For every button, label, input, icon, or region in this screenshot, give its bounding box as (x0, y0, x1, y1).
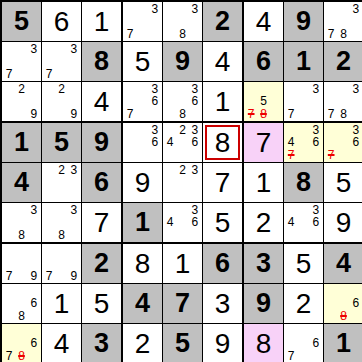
solved-digit: 1 (94, 8, 110, 36)
cell-r3c6[interactable]: 1 (203, 82, 244, 123)
empty-candidate-slot (350, 28, 362, 40)
cell-r6c7[interactable]: 2 (244, 203, 284, 244)
empty-candidate-slot (43, 43, 55, 55)
cell-r5c9[interactable]: 5 (324, 163, 362, 203)
cell-r6c4[interactable]: 1 (123, 203, 163, 244)
cell-r5c8[interactable]: 8 (284, 163, 324, 203)
empty-candidate-slot (136, 95, 148, 107)
given-digit: 8 (296, 169, 311, 196)
empty-candidate-slot (124, 136, 136, 148)
empty-candidate-slot (325, 124, 337, 136)
cell-r3c4[interactable]: 367 (123, 82, 163, 123)
empty-candidate-slot (68, 257, 80, 269)
empty-candidate-slot (297, 337, 309, 349)
cell-r7c7[interactable]: 3 (244, 244, 284, 284)
empty-candidate-slot (270, 95, 282, 107)
eliminated-candidate-digit: 7 (325, 149, 337, 161)
empty-candidate-slot (3, 325, 15, 337)
candidate-digit: 8 (337, 108, 349, 120)
empty-candidate-slot (164, 229, 176, 241)
empty-candidate-slot (189, 149, 201, 161)
empty-candidate-slot (164, 28, 176, 40)
eliminated-candidate-digit: 8 (15, 350, 27, 362)
cell-r5c6[interactable]: 7 (203, 163, 244, 203)
empty-candidate-slot (28, 245, 40, 257)
empty-candidate-slot (55, 245, 67, 257)
empty-candidate-slot (149, 149, 161, 161)
cell-r6c9[interactable]: 9 (324, 203, 362, 244)
empty-candidate-slot (176, 229, 188, 241)
cell-r1c5[interactable]: 38 (163, 2, 203, 42)
cell-r2c9[interactable]: 2 (324, 42, 362, 82)
empty-candidate-slot (164, 164, 176, 176)
empty-candidate-slot (337, 136, 349, 148)
empty-candidate-slot (164, 149, 176, 161)
given-digit: 6 (94, 169, 109, 196)
cell-r1c9[interactable]: 378 (324, 2, 362, 42)
cell-r5c1[interactable]: 4 (2, 163, 42, 203)
candidate-grid: 378 (325, 3, 362, 40)
candidate-digit: 9 (28, 270, 40, 282)
cell-r5c5[interactable]: 23 (163, 163, 203, 203)
candidate-digit: 3 (310, 124, 322, 136)
candidate-digit: 3 (28, 204, 40, 216)
cell-r1c7[interactable]: 4 (244, 2, 284, 42)
cell-r5c2[interactable]: 23 (42, 163, 82, 203)
candidate-digit: 3 (149, 83, 161, 95)
given-digit: 8 (94, 48, 109, 75)
cell-r2c7[interactable]: 6 (244, 42, 284, 82)
cell-r2c1[interactable]: 37 (2, 42, 42, 82)
cell-r1c8[interactable]: 9 (284, 2, 324, 42)
solved-digit: 8 (215, 129, 231, 157)
empty-candidate-slot (43, 95, 55, 107)
solved-digit: 2 (256, 209, 272, 237)
empty-candidate-slot (15, 257, 27, 269)
cell-r2c5[interactable]: 9 (163, 42, 203, 82)
cell-r7c6[interactable]: 6 (203, 244, 244, 284)
cell-r4c2[interactable]: 5 (42, 123, 82, 163)
cell-r2c2[interactable]: 37 (42, 42, 82, 82)
given-digit: 2 (336, 48, 351, 75)
cell-r4c6[interactable]: 8 (203, 123, 244, 163)
candidate-digit: 4 (164, 216, 176, 228)
candidate-digit: 7 (3, 68, 15, 80)
empty-candidate-slot (189, 15, 201, 27)
empty-candidate-slot (337, 297, 349, 309)
empty-candidate-slot (176, 189, 188, 201)
empty-candidate-slot (164, 95, 176, 107)
given-digit: 5 (54, 129, 69, 156)
cell-r1c1[interactable]: 5 (2, 2, 42, 42)
cell-r8c5[interactable]: 7 (163, 284, 203, 324)
empty-candidate-slot (189, 176, 201, 188)
empty-candidate-slot (15, 245, 27, 257)
candidate-grid: 37 (3, 43, 40, 80)
empty-candidate-slot (55, 95, 67, 107)
empty-candidate-slot (43, 189, 55, 201)
empty-candidate-slot (136, 124, 148, 136)
cell-r1c4[interactable]: 37 (123, 2, 163, 42)
candidate-grid: 36 (124, 124, 161, 161)
candidate-digit: 6 (350, 136, 362, 148)
cell-r2c4[interactable]: 5 (123, 42, 163, 82)
empty-candidate-slot (297, 325, 309, 337)
candidate-digit: 6 (149, 95, 161, 107)
empty-candidate-slot (310, 350, 322, 362)
empty-candidate-slot (270, 83, 282, 95)
cell-r8c2[interactable]: 1 (42, 284, 82, 324)
candidate-digit: 7 (285, 108, 297, 120)
empty-candidate-slot (3, 43, 15, 55)
empty-candidate-slot (337, 124, 349, 136)
solved-digit: 8 (135, 250, 151, 278)
empty-candidate-slot (136, 136, 148, 148)
cell-r7c8[interactable]: 5 (284, 244, 324, 284)
cell-r9c7[interactable]: 8 (244, 324, 284, 362)
candidate-grid: 38 (43, 204, 80, 241)
empty-candidate-slot (337, 285, 349, 297)
cell-r8c6[interactable]: 3 (203, 284, 244, 324)
cell-r6c8[interactable]: 346 (284, 203, 324, 244)
empty-candidate-slot (68, 189, 80, 201)
empty-candidate-slot (15, 55, 27, 67)
solved-digit: 7 (94, 209, 110, 237)
empty-candidate-slot (28, 55, 40, 67)
cell-r2c8[interactable]: 1 (284, 42, 324, 82)
empty-candidate-slot (28, 350, 40, 362)
empty-candidate-slot (43, 83, 55, 95)
empty-candidate-slot (28, 95, 40, 107)
cell-r7c4[interactable]: 8 (123, 244, 163, 284)
cell-r8c8[interactable]: 2 (284, 284, 324, 324)
cell-r8c9[interactable]: 68 (324, 284, 362, 324)
empty-candidate-slot (337, 3, 349, 15)
candidate-digit: 3 (149, 3, 161, 15)
empty-candidate-slot (285, 325, 297, 337)
cell-r4c5[interactable]: 2346 (163, 123, 203, 163)
candidate-digit: 6 (28, 337, 40, 349)
empty-candidate-slot (15, 216, 27, 228)
empty-candidate-slot (310, 325, 322, 337)
empty-candidate-slot (310, 95, 322, 107)
empty-candidate-slot (55, 216, 67, 228)
given-digit: 5 (175, 330, 190, 357)
candidate-grid: 368 (164, 83, 201, 120)
cell-r9c2[interactable]: 4 (42, 324, 82, 362)
solved-digit: 6 (54, 8, 70, 36)
empty-candidate-slot (15, 43, 27, 55)
candidate-digit: 8 (337, 28, 349, 40)
empty-candidate-slot (28, 285, 40, 297)
solved-digit: 5 (296, 250, 312, 278)
cell-r3c9[interactable]: 378 (324, 82, 362, 123)
cell-r1c6[interactable]: 2 (203, 2, 244, 42)
empty-candidate-slot (350, 149, 362, 161)
cell-r3c8[interactable]: 37 (284, 82, 324, 123)
empty-candidate-slot (55, 43, 67, 55)
empty-candidate-slot (176, 3, 188, 15)
candidate-digit: 6 (310, 216, 322, 228)
empty-candidate-slot (285, 95, 297, 107)
empty-candidate-slot (15, 337, 27, 349)
candidate-grid: 38 (164, 3, 201, 40)
candidate-digit: 7 (3, 350, 15, 362)
candidate-grid: 346 (164, 204, 201, 241)
candidate-grid: 367 (325, 124, 362, 161)
empty-candidate-slot (297, 229, 309, 241)
candidate-digit: 3 (68, 204, 80, 216)
candidate-digit: 6 (350, 297, 362, 309)
cell-r5c3[interactable]: 6 (82, 163, 123, 203)
cell-r7c5[interactable]: 1 (163, 244, 203, 284)
candidate-digit: 7 (3, 270, 15, 282)
empty-candidate-slot (68, 83, 80, 95)
solved-digit: 9 (215, 330, 231, 358)
empty-candidate-slot (176, 83, 188, 95)
empty-candidate-slot (189, 28, 201, 40)
cell-r6c5[interactable]: 346 (163, 203, 203, 244)
empty-candidate-slot (43, 229, 55, 241)
candidate-grid: 367 (124, 83, 161, 120)
empty-candidate-slot (136, 149, 148, 161)
empty-candidate-slot (257, 83, 269, 95)
candidate-digit: 7 (43, 270, 55, 282)
empty-candidate-slot (68, 245, 80, 257)
cell-r4c3[interactable]: 9 (82, 123, 123, 163)
empty-candidate-slot (3, 285, 15, 297)
candidate-digit: 6 (310, 337, 322, 349)
cell-r4c4[interactable]: 36 (123, 123, 163, 163)
candidate-digit: 3 (350, 83, 362, 95)
candidate-digit: 2 (15, 83, 27, 95)
cell-r6c2[interactable]: 38 (42, 203, 82, 244)
candidate-grid: 346 (285, 204, 322, 241)
empty-candidate-slot (55, 257, 67, 269)
empty-candidate-slot (43, 257, 55, 269)
candidate-digit: 5 (257, 95, 269, 107)
empty-candidate-slot (124, 15, 136, 27)
given-digit: 4 (14, 169, 29, 196)
candidate-digit: 7 (124, 108, 136, 120)
empty-candidate-slot (297, 136, 309, 148)
empty-candidate-slot (285, 204, 297, 216)
empty-candidate-slot (3, 83, 15, 95)
cell-r6c6[interactable]: 5 (203, 203, 244, 244)
empty-candidate-slot (15, 95, 27, 107)
empty-candidate-slot (3, 257, 15, 269)
cell-r5c7[interactable]: 1 (244, 163, 284, 203)
empty-candidate-slot (325, 136, 337, 148)
solved-digit: 4 (256, 8, 272, 36)
empty-candidate-slot (189, 108, 201, 120)
given-digit: 9 (296, 8, 311, 35)
empty-candidate-slot (55, 189, 67, 201)
cell-r9c4[interactable]: 2 (123, 324, 163, 362)
empty-candidate-slot (136, 3, 148, 15)
empty-candidate-slot (68, 55, 80, 67)
candidate-digit: 3 (189, 124, 201, 136)
cell-r8c4[interactable]: 4 (123, 284, 163, 324)
cell-r1c2[interactable]: 6 (42, 2, 82, 42)
candidate-digit: 7 (124, 28, 136, 40)
cell-r2c3[interactable]: 8 (82, 42, 123, 82)
cell-r9c3[interactable]: 3 (82, 324, 123, 362)
empty-candidate-slot (43, 164, 55, 176)
candidate-grid: 37 (43, 43, 80, 80)
solved-digit: 1 (256, 169, 272, 197)
empty-candidate-slot (310, 149, 322, 161)
cell-r9c8[interactable]: 67 (284, 324, 324, 362)
empty-candidate-slot (68, 95, 80, 107)
candidate-digit: 9 (68, 270, 80, 282)
solved-digit: 1 (175, 250, 191, 278)
empty-candidate-slot (176, 149, 188, 161)
eliminated-candidate-digit: 7 (245, 108, 257, 120)
cell-r6c3[interactable]: 7 (82, 203, 123, 244)
empty-candidate-slot (325, 285, 337, 297)
empty-candidate-slot (43, 204, 55, 216)
cell-r9c1[interactable]: 678 (2, 324, 42, 362)
candidate-digit: 3 (189, 164, 201, 176)
empty-candidate-slot (124, 95, 136, 107)
cell-r9c5[interactable]: 5 (163, 324, 203, 362)
empty-candidate-slot (285, 337, 297, 349)
empty-candidate-slot (325, 95, 337, 107)
solved-digit: 9 (135, 169, 151, 197)
cell-r3c5[interactable]: 368 (163, 82, 203, 123)
given-digit: 9 (94, 129, 109, 156)
empty-candidate-slot (176, 15, 188, 27)
candidate-grid: 2346 (164, 124, 201, 161)
cell-r4c1[interactable]: 1 (2, 123, 42, 163)
empty-candidate-slot (350, 108, 362, 120)
cell-r3c3[interactable]: 4 (82, 82, 123, 123)
candidate-digit: 2 (176, 164, 188, 176)
given-digit: 3 (94, 330, 109, 357)
cell-r7c9[interactable]: 4 (324, 244, 362, 284)
empty-candidate-slot (55, 204, 67, 216)
cell-r3c2[interactable]: 29 (42, 82, 82, 123)
given-digit: 1 (14, 129, 29, 156)
candidate-grid: 79 (3, 245, 40, 282)
candidate-digit: 6 (28, 297, 40, 309)
empty-candidate-slot (297, 204, 309, 216)
cell-r3c1[interactable]: 29 (2, 82, 42, 123)
cell-r9c9[interactable]: 1 (324, 324, 362, 362)
candidate-grid: 23 (43, 164, 80, 201)
empty-candidate-slot (43, 176, 55, 188)
cell-r5c4[interactable]: 9 (123, 163, 163, 203)
given-digit: 5 (14, 8, 29, 35)
empty-candidate-slot (245, 83, 257, 95)
given-digit: 1 (135, 209, 150, 236)
empty-candidate-slot (176, 136, 188, 148)
candidate-digit: 8 (15, 229, 27, 241)
cell-r8c7[interactable]: 9 (244, 284, 284, 324)
cell-r1c3[interactable]: 1 (82, 2, 123, 42)
solved-digit: 7 (256, 129, 272, 157)
candidate-digit: 2 (176, 124, 188, 136)
empty-candidate-slot (176, 204, 188, 216)
candidate-digit: 6 (189, 95, 201, 107)
empty-candidate-slot (15, 297, 27, 309)
empty-candidate-slot (68, 229, 80, 241)
candidate-digit: 6 (189, 136, 201, 148)
candidate-digit: 7 (325, 108, 337, 120)
empty-candidate-slot (68, 68, 80, 80)
solved-digit: 9 (336, 209, 352, 237)
cell-r7c2[interactable]: 79 (42, 244, 82, 284)
empty-candidate-slot (15, 325, 27, 337)
empty-candidate-slot (43, 216, 55, 228)
cell-r9c6[interactable]: 9 (203, 324, 244, 362)
empty-candidate-slot (136, 108, 148, 120)
cell-r7c3[interactable]: 2 (82, 244, 123, 284)
candidate-grid: 68 (3, 285, 40, 322)
empty-candidate-slot (285, 229, 297, 241)
candidate-digit: 6 (149, 136, 161, 148)
candidate-digit: 3 (28, 43, 40, 55)
empty-candidate-slot (297, 108, 309, 120)
cell-r8c3[interactable]: 5 (82, 284, 123, 324)
solved-digit: 5 (336, 169, 352, 197)
candidate-digit: 7 (43, 68, 55, 80)
empty-candidate-slot (164, 3, 176, 15)
empty-candidate-slot (136, 83, 148, 95)
candidate-digit: 3 (350, 124, 362, 136)
candidate-grid: 678 (3, 325, 40, 362)
empty-candidate-slot (176, 176, 188, 188)
empty-candidate-slot (176, 216, 188, 228)
cell-r4c9[interactable]: 367 (324, 123, 362, 163)
cell-r8c1[interactable]: 68 (2, 284, 42, 324)
empty-candidate-slot (3, 310, 15, 322)
empty-candidate-slot (3, 229, 15, 241)
cell-r4c8[interactable]: 3467 (284, 123, 324, 163)
empty-candidate-slot (350, 95, 362, 107)
empty-candidate-slot (297, 350, 309, 362)
empty-candidate-slot (350, 310, 362, 322)
given-digit: 1 (296, 48, 311, 75)
solved-digit: 2 (296, 290, 312, 318)
empty-candidate-slot (337, 95, 349, 107)
empty-candidate-slot (3, 297, 15, 309)
cell-r3c7[interactable]: 578 (244, 82, 284, 123)
empty-candidate-slot (297, 216, 309, 228)
empty-candidate-slot (3, 204, 15, 216)
empty-candidate-slot (189, 189, 201, 201)
cell-r2c6[interactable]: 4 (203, 42, 244, 82)
empty-candidate-slot (325, 83, 337, 95)
candidate-digit: 4 (285, 216, 297, 228)
empty-candidate-slot (55, 68, 67, 80)
empty-candidate-slot (28, 310, 40, 322)
solved-digit: 4 (94, 88, 110, 116)
cell-r4c7[interactable]: 7 (244, 123, 284, 163)
empty-candidate-slot (325, 3, 337, 15)
solved-digit: 1 (215, 88, 231, 116)
eliminated-candidate-digit: 7 (285, 149, 297, 161)
empty-candidate-slot (3, 55, 15, 67)
cell-r7c1[interactable]: 79 (2, 244, 42, 284)
empty-candidate-slot (3, 216, 15, 228)
candidate-digit: 9 (28, 108, 40, 120)
candidate-digit: 4 (164, 136, 176, 148)
cell-r6c1[interactable]: 38 (2, 203, 42, 244)
empty-candidate-slot (28, 83, 40, 95)
empty-candidate-slot (3, 95, 15, 107)
